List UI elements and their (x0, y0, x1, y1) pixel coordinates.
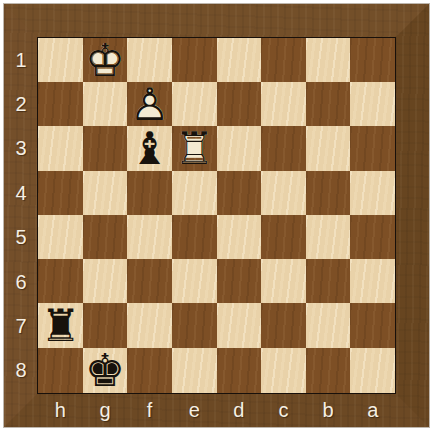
square-f4[interactable] (127, 171, 172, 215)
square-a7[interactable] (350, 303, 395, 348)
square-b3[interactable] (306, 126, 351, 171)
piece-outline-glyph: ♙ (127, 82, 172, 126)
square-e4[interactable] (172, 171, 217, 215)
square-g1[interactable]: ♚♔ (83, 38, 128, 82)
square-e7[interactable] (172, 303, 217, 348)
square-d1[interactable] (217, 38, 262, 82)
square-c5[interactable] (261, 215, 306, 259)
square-e5[interactable] (172, 215, 217, 259)
square-h2[interactable] (38, 82, 83, 126)
square-d2[interactable] (217, 82, 262, 126)
square-a2[interactable] (350, 82, 395, 126)
file-label-g: g (83, 393, 128, 427)
square-b7[interactable] (306, 303, 351, 348)
square-f2[interactable]: ♟♙ (127, 82, 172, 126)
square-h3[interactable] (38, 126, 83, 171)
rank-label-3: 3 (4, 127, 38, 171)
rank-label-1: 1 (4, 38, 38, 82)
square-g7[interactable] (83, 303, 128, 348)
square-g6[interactable] (83, 259, 128, 303)
square-d7[interactable] (217, 303, 262, 348)
square-f6[interactable] (127, 259, 172, 303)
square-e6[interactable] (172, 259, 217, 303)
square-c2[interactable] (261, 82, 306, 126)
file-label-d: d (217, 393, 262, 427)
square-a8[interactable] (350, 348, 395, 393)
square-a3[interactable] (350, 126, 395, 171)
square-g8[interactable]: ♚ (83, 348, 128, 393)
square-d6[interactable] (217, 259, 262, 303)
board-frame: ♚♔♟♙♝♜♖♜♚ 12345678 hgfedcba (4, 4, 429, 427)
square-b1[interactable] (306, 38, 351, 82)
square-d8[interactable] (217, 348, 262, 393)
square-e2[interactable] (172, 82, 217, 126)
square-a5[interactable] (350, 215, 395, 259)
square-h8[interactable] (38, 348, 83, 393)
square-d5[interactable] (217, 215, 262, 259)
piece-outline-glyph: ♔ (83, 38, 128, 82)
file-label-e: e (172, 393, 217, 427)
square-d4[interactable] (217, 171, 262, 215)
square-g4[interactable] (83, 171, 128, 215)
rank-label-8: 8 (4, 349, 38, 393)
square-b5[interactable] (306, 215, 351, 259)
file-label-h: h (38, 393, 83, 427)
file-labels: hgfedcba (38, 393, 395, 427)
square-h4[interactable] (38, 171, 83, 215)
square-f8[interactable] (127, 348, 172, 393)
file-label-f: f (127, 393, 172, 427)
board: ♚♔♟♙♝♜♖♜♚ (38, 38, 395, 393)
rank-label-2: 2 (4, 82, 38, 126)
file-label-b: b (306, 393, 351, 427)
rank-label-7: 7 (4, 304, 38, 348)
square-a1[interactable] (350, 38, 395, 82)
black-bishop[interactable]: ♝ (127, 126, 172, 171)
square-h7[interactable]: ♜ (38, 303, 83, 348)
white-king[interactable]: ♚♔ (83, 38, 128, 82)
white-pawn[interactable]: ♟♙ (127, 82, 172, 126)
square-h6[interactable] (38, 259, 83, 303)
file-label-c: c (261, 393, 306, 427)
square-d3[interactable] (217, 126, 262, 171)
white-rook[interactable]: ♜♖ (172, 126, 217, 171)
square-c7[interactable] (261, 303, 306, 348)
square-b6[interactable] (306, 259, 351, 303)
rank-label-5: 5 (4, 216, 38, 260)
piece-outline-glyph: ♖ (172, 126, 217, 171)
square-g2[interactable] (83, 82, 128, 126)
square-h1[interactable] (38, 38, 83, 82)
square-e1[interactable] (172, 38, 217, 82)
square-c6[interactable] (261, 259, 306, 303)
square-c8[interactable] (261, 348, 306, 393)
square-f5[interactable] (127, 215, 172, 259)
black-rook[interactable]: ♜ (38, 303, 83, 348)
chessboard-screenshot: ♚♔♟♙♝♜♖♜♚ 12345678 hgfedcba (0, 0, 434, 432)
black-king[interactable]: ♚ (83, 348, 128, 393)
square-e8[interactable] (172, 348, 217, 393)
rank-labels: 12345678 (4, 38, 38, 393)
square-g3[interactable] (83, 126, 128, 171)
square-e3[interactable]: ♜♖ (172, 126, 217, 171)
square-a6[interactable] (350, 259, 395, 303)
rank-label-6: 6 (4, 260, 38, 304)
square-f3[interactable]: ♝ (127, 126, 172, 171)
square-h5[interactable] (38, 215, 83, 259)
square-c4[interactable] (261, 171, 306, 215)
square-b8[interactable] (306, 348, 351, 393)
square-a4[interactable] (350, 171, 395, 215)
square-b4[interactable] (306, 171, 351, 215)
square-f7[interactable] (127, 303, 172, 348)
square-c3[interactable] (261, 126, 306, 171)
square-g5[interactable] (83, 215, 128, 259)
rank-label-4: 4 (4, 171, 38, 215)
square-f1[interactable] (127, 38, 172, 82)
square-b2[interactable] (306, 82, 351, 126)
file-label-a: a (350, 393, 395, 427)
square-c1[interactable] (261, 38, 306, 82)
